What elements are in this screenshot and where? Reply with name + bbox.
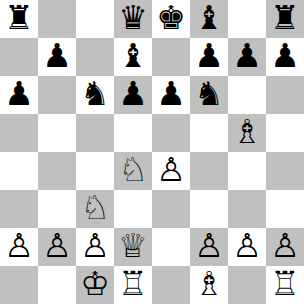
black-rook-a8[interactable]: ♜ — [4, 0, 34, 37]
black-knight-f6[interactable]: ♞ — [194, 75, 224, 113]
square-h7[interactable]: ♟ — [266, 38, 304, 76]
black-pawn-h7[interactable]: ♟ — [270, 37, 300, 75]
square-d5[interactable] — [114, 114, 152, 152]
square-d6[interactable]: ♟ — [114, 76, 152, 114]
square-g6[interactable] — [228, 76, 266, 114]
square-h2[interactable]: ♙ — [266, 228, 304, 266]
black-pawn-a6[interactable]: ♟ — [4, 75, 34, 113]
black-pawn-b7[interactable]: ♟ — [42, 37, 72, 75]
square-c6[interactable]: ♞ — [76, 76, 114, 114]
white-queen-d2[interactable]: ♕ — [118, 227, 148, 265]
black-pawn-e6[interactable]: ♟ — [156, 75, 186, 113]
white-king-c1[interactable]: ♔ — [80, 265, 110, 303]
square-a4[interactable] — [0, 152, 38, 190]
white-knight-c3[interactable]: ♘ — [80, 189, 110, 227]
square-c3[interactable]: ♘ — [76, 190, 114, 228]
square-f4[interactable] — [190, 152, 228, 190]
square-a7[interactable] — [0, 38, 38, 76]
black-knight-c6[interactable]: ♞ — [80, 75, 110, 113]
square-h8[interactable]: ♜ — [266, 0, 304, 38]
square-b7[interactable]: ♟ — [38, 38, 76, 76]
black-bishop-d7[interactable]: ♝ — [118, 37, 148, 75]
white-pawn-g2[interactable]: ♙ — [232, 227, 262, 265]
black-king-e8[interactable]: ♚ — [156, 0, 186, 37]
square-a5[interactable] — [0, 114, 38, 152]
white-pawn-h2[interactable]: ♙ — [270, 227, 300, 265]
square-f5[interactable] — [190, 114, 228, 152]
white-bishop-g5[interactable]: ♗ — [232, 113, 262, 151]
square-f2[interactable]: ♙ — [190, 228, 228, 266]
square-b5[interactable] — [38, 114, 76, 152]
white-bishop-f1[interactable]: ♗ — [194, 265, 224, 303]
square-d7[interactable]: ♝ — [114, 38, 152, 76]
black-pawn-d6[interactable]: ♟ — [118, 75, 148, 113]
square-f6[interactable]: ♞ — [190, 76, 228, 114]
square-f7[interactable]: ♟ — [190, 38, 228, 76]
square-g4[interactable] — [228, 152, 266, 190]
square-b1[interactable] — [38, 266, 76, 304]
white-pawn-e4[interactable]: ♙ — [156, 151, 186, 189]
white-pawn-f2[interactable]: ♙ — [194, 227, 224, 265]
square-f8[interactable]: ♝ — [190, 0, 228, 38]
square-e6[interactable]: ♟ — [152, 76, 190, 114]
square-d8[interactable]: ♛ — [114, 0, 152, 38]
white-rook-h1[interactable]: ♖ — [270, 265, 300, 303]
square-d1[interactable]: ♖ — [114, 266, 152, 304]
square-c2[interactable]: ♙ — [76, 228, 114, 266]
square-h1[interactable]: ♖ — [266, 266, 304, 304]
square-h5[interactable] — [266, 114, 304, 152]
square-f1[interactable]: ♗ — [190, 266, 228, 304]
white-pawn-a2[interactable]: ♙ — [4, 227, 34, 265]
square-g2[interactable]: ♙ — [228, 228, 266, 266]
square-d4[interactable]: ♘ — [114, 152, 152, 190]
white-pawn-c2[interactable]: ♙ — [80, 227, 110, 265]
square-a3[interactable] — [0, 190, 38, 228]
square-d3[interactable] — [114, 190, 152, 228]
white-pawn-b2[interactable]: ♙ — [42, 227, 72, 265]
black-pawn-f7[interactable]: ♟ — [194, 37, 224, 75]
black-bishop-f8[interactable]: ♝ — [194, 0, 224, 37]
square-c5[interactable] — [76, 114, 114, 152]
square-g1[interactable] — [228, 266, 266, 304]
square-a2[interactable]: ♙ — [0, 228, 38, 266]
square-g5[interactable]: ♗ — [228, 114, 266, 152]
square-a8[interactable]: ♜ — [0, 0, 38, 38]
white-knight-d4[interactable]: ♘ — [118, 151, 148, 189]
square-c8[interactable] — [76, 0, 114, 38]
square-g3[interactable] — [228, 190, 266, 228]
square-b3[interactable] — [38, 190, 76, 228]
square-e1[interactable] — [152, 266, 190, 304]
square-g7[interactable]: ♟ — [228, 38, 266, 76]
square-e3[interactable] — [152, 190, 190, 228]
white-rook-d1[interactable]: ♖ — [118, 265, 148, 303]
square-b2[interactable]: ♙ — [38, 228, 76, 266]
square-e5[interactable] — [152, 114, 190, 152]
square-g8[interactable] — [228, 0, 266, 38]
black-rook-h8[interactable]: ♜ — [270, 0, 300, 37]
square-c1[interactable]: ♔ — [76, 266, 114, 304]
square-c7[interactable] — [76, 38, 114, 76]
black-pawn-g7[interactable]: ♟ — [232, 37, 262, 75]
square-a1[interactable] — [0, 266, 38, 304]
square-d2[interactable]: ♕ — [114, 228, 152, 266]
square-e7[interactable] — [152, 38, 190, 76]
black-queen-d8[interactable]: ♛ — [118, 0, 148, 37]
square-h6[interactable] — [266, 76, 304, 114]
square-b8[interactable] — [38, 0, 76, 38]
square-b4[interactable] — [38, 152, 76, 190]
square-e2[interactable] — [152, 228, 190, 266]
square-a6[interactable]: ♟ — [0, 76, 38, 114]
square-f3[interactable] — [190, 190, 228, 228]
square-h3[interactable] — [266, 190, 304, 228]
chess-board: ♜♛♚♝♜♟♝♟♟♟♟♞♟♟♞♗♘♙♘♙♙♙♕♙♙♙♔♖♗♖ — [0, 0, 304, 304]
square-e4[interactable]: ♙ — [152, 152, 190, 190]
square-h4[interactable] — [266, 152, 304, 190]
square-c4[interactable] — [76, 152, 114, 190]
square-b6[interactable] — [38, 76, 76, 114]
square-e8[interactable]: ♚ — [152, 0, 190, 38]
